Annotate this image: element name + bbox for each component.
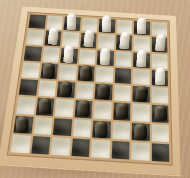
white-piece-f7[interactable] <box>119 32 130 50</box>
square-d3[interactable] <box>74 100 92 118</box>
square-b4[interactable] <box>38 80 57 97</box>
square-h2[interactable] <box>151 124 169 142</box>
square-b3[interactable] <box>35 98 54 115</box>
square-b1[interactable] <box>31 136 51 155</box>
square-c5[interactable] <box>58 64 76 80</box>
square-e6[interactable] <box>97 50 114 66</box>
black-piece-a2[interactable] <box>16 115 29 132</box>
square-f3[interactable] <box>113 103 131 121</box>
white-piece-g6[interactable] <box>136 49 147 67</box>
square-a8[interactable] <box>28 14 45 29</box>
black-piece-f3[interactable] <box>115 102 128 119</box>
black-piece-d5[interactable] <box>80 65 92 81</box>
white-piece-g8[interactable] <box>137 18 147 35</box>
square-a2[interactable] <box>13 115 33 133</box>
desk-surface <box>0 0 190 178</box>
square-h4[interactable] <box>151 87 168 104</box>
square-h7[interactable] <box>151 37 167 52</box>
white-piece-c8[interactable] <box>67 13 77 30</box>
square-f1[interactable] <box>111 141 129 160</box>
black-piece-h3[interactable] <box>154 105 167 122</box>
black-piece-e2[interactable] <box>95 120 108 137</box>
square-c6[interactable] <box>60 48 77 64</box>
square-h1[interactable] <box>151 143 169 162</box>
square-g5[interactable] <box>133 69 150 85</box>
white-piece-h5[interactable] <box>155 67 165 85</box>
square-d5[interactable] <box>77 65 95 81</box>
square-f5[interactable] <box>114 68 131 84</box>
square-c8[interactable] <box>64 17 81 32</box>
board-wood-frame <box>7 12 173 166</box>
square-e4[interactable] <box>95 84 113 101</box>
black-piece-b3[interactable] <box>38 98 51 115</box>
square-e5[interactable] <box>96 66 113 82</box>
square-h5[interactable] <box>151 70 168 86</box>
white-piece-e8[interactable] <box>102 15 112 32</box>
square-d1[interactable] <box>71 138 90 157</box>
black-piece-b5[interactable] <box>42 62 54 78</box>
square-b6[interactable] <box>42 47 60 63</box>
square-e8[interactable] <box>99 19 115 34</box>
square-g6[interactable] <box>133 52 149 68</box>
square-c4[interactable] <box>57 81 75 98</box>
square-a7[interactable] <box>26 30 44 45</box>
square-f7[interactable] <box>116 35 132 50</box>
square-b5[interactable] <box>40 63 58 79</box>
white-piece-b7[interactable] <box>47 27 58 45</box>
black-piece-g2[interactable] <box>134 123 147 140</box>
square-a6[interactable] <box>24 46 42 62</box>
square-d6[interactable] <box>78 49 95 65</box>
black-piece-e4[interactable] <box>97 83 110 100</box>
white-piece-c6[interactable] <box>64 45 75 63</box>
square-f2[interactable] <box>112 121 130 139</box>
square-g8[interactable] <box>134 21 150 36</box>
checkers-board <box>0 6 181 175</box>
square-g1[interactable] <box>131 142 149 161</box>
square-b7[interactable] <box>44 31 61 46</box>
square-c1[interactable] <box>51 137 70 156</box>
square-e1[interactable] <box>91 139 110 158</box>
square-a3[interactable] <box>16 97 35 114</box>
square-f4[interactable] <box>113 85 130 102</box>
white-piece-d7[interactable] <box>83 30 94 48</box>
board-grid <box>7 12 173 166</box>
square-d4[interactable] <box>76 83 94 100</box>
square-e3[interactable] <box>93 102 111 120</box>
square-g3[interactable] <box>132 104 149 122</box>
square-a5[interactable] <box>21 62 39 78</box>
square-h3[interactable] <box>151 105 168 123</box>
square-c3[interactable] <box>55 99 74 117</box>
square-f6[interactable] <box>115 51 132 67</box>
white-piece-h7[interactable] <box>155 34 166 52</box>
square-e2[interactable] <box>92 120 110 138</box>
square-c2[interactable] <box>53 118 72 136</box>
square-b2[interactable] <box>33 117 52 135</box>
black-piece-g4[interactable] <box>135 85 148 102</box>
square-d2[interactable] <box>73 119 92 137</box>
square-d7[interactable] <box>80 33 97 48</box>
square-g4[interactable] <box>132 86 149 103</box>
square-a1[interactable] <box>10 135 30 154</box>
square-g2[interactable] <box>132 122 150 140</box>
white-piece-e6[interactable] <box>100 47 111 65</box>
black-piece-c4[interactable] <box>59 81 72 98</box>
square-a4[interactable] <box>19 79 38 96</box>
black-piece-d3[interactable] <box>77 100 90 117</box>
